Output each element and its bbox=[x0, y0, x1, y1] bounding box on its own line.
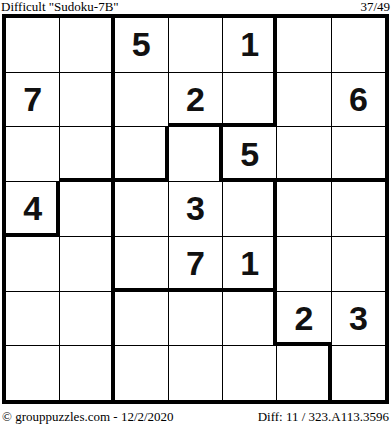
cell-r3c5[interactable]: 5 bbox=[223, 127, 276, 181]
cell-r4c1[interactable]: 4 bbox=[6, 182, 59, 236]
cell-r1c7[interactable] bbox=[332, 18, 385, 72]
cell-r5c4[interactable]: 7 bbox=[169, 237, 222, 291]
cell-r7c6[interactable] bbox=[277, 346, 330, 400]
given-digit: 2 bbox=[186, 80, 205, 119]
given-digit: 7 bbox=[23, 80, 42, 119]
difficulty-code: Diff: 11 / 323.A113.3596 bbox=[258, 409, 389, 424]
cell-r3c3[interactable] bbox=[115, 127, 168, 181]
header: Difficult "Sudoku-7B" 37/49 bbox=[1, 0, 390, 13]
cell-r5c5[interactable]: 1 bbox=[223, 237, 276, 291]
cell-r7c1[interactable] bbox=[6, 346, 59, 400]
cell-r3c2[interactable] bbox=[60, 127, 113, 181]
cell-r3c1[interactable] bbox=[6, 127, 59, 181]
cell-r7c4[interactable] bbox=[169, 346, 222, 400]
cell-r2c5[interactable] bbox=[223, 73, 276, 127]
cell-r2c3[interactable] bbox=[115, 73, 168, 127]
page-title: Difficult "Sudoku-7B" bbox=[1, 0, 119, 13]
cell-r7c5[interactable] bbox=[223, 346, 276, 400]
given-digit: 5 bbox=[132, 25, 151, 64]
given-digit: 1 bbox=[240, 25, 259, 64]
given-digit: 2 bbox=[295, 299, 314, 338]
cell-r6c5[interactable] bbox=[223, 292, 276, 346]
cell-r2c4[interactable]: 2 bbox=[169, 73, 222, 127]
cell-r6c4[interactable] bbox=[169, 292, 222, 346]
cell-r5c6[interactable] bbox=[277, 237, 330, 291]
cell-r3c6[interactable] bbox=[277, 127, 330, 181]
cell-r4c3[interactable] bbox=[115, 182, 168, 236]
cell-r4c6[interactable] bbox=[277, 182, 330, 236]
cell-r5c1[interactable] bbox=[6, 237, 59, 291]
cell-r5c7[interactable] bbox=[332, 237, 385, 291]
cell-r6c1[interactable] bbox=[6, 292, 59, 346]
given-digit: 3 bbox=[186, 189, 205, 228]
cell-r4c4[interactable]: 3 bbox=[169, 182, 222, 236]
cell-r4c2[interactable] bbox=[60, 182, 113, 236]
cell-r6c6[interactable]: 2 bbox=[277, 292, 330, 346]
sudoku-grid: 517265437123 bbox=[2, 14, 389, 404]
sudoku-page: Difficult "Sudoku-7B" 37/49 517265437123… bbox=[0, 0, 391, 426]
given-digit: 1 bbox=[240, 244, 259, 283]
cell-r1c4[interactable] bbox=[169, 18, 222, 72]
cell-r2c1[interactable]: 7 bbox=[6, 73, 59, 127]
cell-r3c7[interactable] bbox=[332, 127, 385, 181]
cell-r5c2[interactable] bbox=[60, 237, 113, 291]
cell-r2c2[interactable] bbox=[60, 73, 113, 127]
given-digit: 7 bbox=[186, 244, 205, 283]
copyright-text: © grouppuzzles.com - 12/2/2020 bbox=[2, 409, 174, 424]
cell-r3c4[interactable] bbox=[169, 127, 222, 181]
footer: © grouppuzzles.com - 12/2/2020 Diff: 11 … bbox=[2, 406, 389, 424]
cell-r1c5[interactable]: 1 bbox=[223, 18, 276, 72]
cell-r1c1[interactable] bbox=[6, 18, 59, 72]
cell-r6c3[interactable] bbox=[115, 292, 168, 346]
cell-r1c6[interactable] bbox=[277, 18, 330, 72]
cell-r7c7[interactable] bbox=[332, 346, 385, 400]
cell-r5c3[interactable] bbox=[115, 237, 168, 291]
cell-r1c2[interactable] bbox=[60, 18, 113, 72]
cell-r4c5[interactable] bbox=[223, 182, 276, 236]
cell-r1c3[interactable]: 5 bbox=[115, 18, 168, 72]
cell-r7c3[interactable] bbox=[115, 346, 168, 400]
cell-r6c7[interactable]: 3 bbox=[332, 292, 385, 346]
cell-r4c7[interactable] bbox=[332, 182, 385, 236]
cell-r2c7[interactable]: 6 bbox=[332, 73, 385, 127]
given-digit: 6 bbox=[349, 80, 368, 119]
empty-cell-counter: 37/49 bbox=[360, 0, 390, 13]
cell-r6c2[interactable] bbox=[60, 292, 113, 346]
given-digit: 4 bbox=[23, 189, 42, 228]
cell-r7c2[interactable] bbox=[60, 346, 113, 400]
given-digit: 3 bbox=[349, 299, 368, 338]
given-digit: 5 bbox=[240, 135, 259, 174]
cell-r2c6[interactable] bbox=[277, 73, 330, 127]
